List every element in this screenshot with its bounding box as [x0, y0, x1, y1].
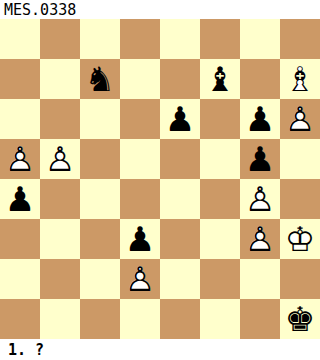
square-g1[interactable]	[240, 299, 280, 339]
square-b6[interactable]	[40, 99, 80, 139]
square-a5[interactable]: ♟♙	[0, 139, 40, 179]
square-e2[interactable]	[160, 259, 200, 299]
square-f8[interactable]	[200, 19, 240, 59]
square-e4[interactable]	[160, 179, 200, 219]
square-g8[interactable]	[240, 19, 280, 59]
square-d1[interactable]	[120, 299, 160, 339]
piece-white-pawn: ♟♙	[240, 179, 280, 219]
square-a3[interactable]	[0, 219, 40, 259]
square-b3[interactable]	[40, 219, 80, 259]
piece-white-king: ♚♔	[280, 219, 320, 259]
square-a1[interactable]	[0, 299, 40, 339]
square-c3[interactable]	[80, 219, 120, 259]
piece-white-pawn: ♟♙	[0, 139, 40, 179]
square-f1[interactable]	[200, 299, 240, 339]
square-g7[interactable]	[240, 59, 280, 99]
square-f5[interactable]	[200, 139, 240, 179]
square-d6[interactable]	[120, 99, 160, 139]
piece-outline-glyph: ♙	[120, 259, 160, 299]
piece-white-pawn: ♟♙	[280, 99, 320, 139]
piece-outline-glyph: ♔	[280, 219, 320, 259]
square-a8[interactable]	[0, 19, 40, 59]
puzzle-id: MES.0338	[0, 1, 76, 19]
square-f4[interactable]	[200, 179, 240, 219]
piece-white-pawn: ♟♙	[40, 139, 80, 179]
square-e3[interactable]	[160, 219, 200, 259]
square-c1[interactable]	[80, 299, 120, 339]
square-d7[interactable]	[120, 59, 160, 99]
square-h8[interactable]	[280, 19, 320, 59]
square-h6[interactable]: ♟♙	[280, 99, 320, 139]
square-b8[interactable]	[40, 19, 80, 59]
piece-outline-glyph: ♙	[280, 99, 320, 139]
piece-white-pawn: ♟♙	[120, 259, 160, 299]
square-a2[interactable]	[0, 259, 40, 299]
square-d2[interactable]: ♟♙	[120, 259, 160, 299]
square-c5[interactable]	[80, 139, 120, 179]
square-e6[interactable]: ♟	[160, 99, 200, 139]
square-a4[interactable]: ♟	[0, 179, 40, 219]
piece-black-king: ♚	[280, 299, 320, 339]
square-g6[interactable]: ♟	[240, 99, 280, 139]
square-g3[interactable]: ♟♙	[240, 219, 280, 259]
piece-black-pawn: ♟	[0, 179, 40, 219]
piece-outline-glyph: ♙	[240, 179, 280, 219]
square-e5[interactable]	[160, 139, 200, 179]
square-f6[interactable]	[200, 99, 240, 139]
square-h2[interactable]	[280, 259, 320, 299]
piece-white-pawn: ♟♙	[240, 219, 280, 259]
piece-outline-glyph: ♙	[240, 219, 280, 259]
chess-board: ♞♝♝♗♟♟♟♙♟♙♟♙♟♟♟♙♟♟♙♚♔♟♙♚	[0, 19, 320, 339]
piece-black-pawn: ♟	[240, 139, 280, 179]
piece-outline-glyph: ♗	[280, 59, 320, 99]
square-f2[interactable]	[200, 259, 240, 299]
square-h4[interactable]	[280, 179, 320, 219]
square-c2[interactable]	[80, 259, 120, 299]
square-a6[interactable]	[0, 99, 40, 139]
square-c4[interactable]	[80, 179, 120, 219]
square-g5[interactable]: ♟	[240, 139, 280, 179]
square-b5[interactable]: ♟♙	[40, 139, 80, 179]
square-e1[interactable]	[160, 299, 200, 339]
square-c6[interactable]	[80, 99, 120, 139]
piece-outline-glyph: ♙	[0, 139, 40, 179]
square-h1[interactable]: ♚	[280, 299, 320, 339]
square-b7[interactable]	[40, 59, 80, 99]
piece-black-knight: ♞	[80, 59, 120, 99]
move-prompt-bar: 1. ?	[0, 339, 320, 360]
square-d5[interactable]	[120, 139, 160, 179]
square-c7[interactable]: ♞	[80, 59, 120, 99]
square-f3[interactable]	[200, 219, 240, 259]
square-g4[interactable]: ♟♙	[240, 179, 280, 219]
square-h5[interactable]	[280, 139, 320, 179]
square-g2[interactable]	[240, 259, 280, 299]
move-prompt: 1. ?	[0, 341, 44, 359]
title-bar: MES.0338	[0, 0, 320, 19]
square-d8[interactable]	[120, 19, 160, 59]
square-c8[interactable]	[80, 19, 120, 59]
square-b1[interactable]	[40, 299, 80, 339]
square-h7[interactable]: ♝♗	[280, 59, 320, 99]
piece-white-bishop: ♝♗	[280, 59, 320, 99]
square-e8[interactable]	[160, 19, 200, 59]
square-d3[interactable]: ♟	[120, 219, 160, 259]
piece-outline-glyph: ♙	[40, 139, 80, 179]
square-f7[interactable]: ♝	[200, 59, 240, 99]
square-h3[interactable]: ♚♔	[280, 219, 320, 259]
piece-black-pawn: ♟	[240, 99, 280, 139]
square-b4[interactable]	[40, 179, 80, 219]
piece-black-pawn: ♟	[120, 219, 160, 259]
piece-black-pawn: ♟	[160, 99, 200, 139]
piece-black-bishop: ♝	[200, 59, 240, 99]
square-b2[interactable]	[40, 259, 80, 299]
square-a7[interactable]	[0, 59, 40, 99]
square-e7[interactable]	[160, 59, 200, 99]
square-d4[interactable]	[120, 179, 160, 219]
